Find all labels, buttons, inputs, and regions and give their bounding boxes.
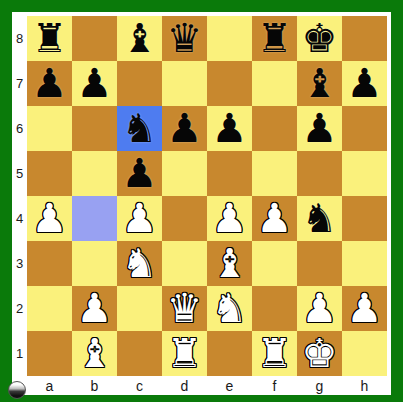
square-a2[interactable] — [27, 286, 72, 331]
square-h4[interactable] — [342, 196, 387, 241]
file-label-f: f — [252, 376, 297, 395]
rank-label-5: 5 — [12, 151, 27, 196]
square-b3[interactable] — [72, 241, 117, 286]
square-h1[interactable] — [342, 331, 387, 376]
square-c8[interactable]: ♝ — [117, 16, 162, 61]
square-a1[interactable] — [27, 331, 72, 376]
black-pawn-e6[interactable]: ♟ — [212, 106, 248, 151]
square-e2[interactable]: ♞ — [207, 286, 252, 331]
square-f2[interactable] — [252, 286, 297, 331]
white-bishop-e3[interactable]: ♝ — [212, 241, 248, 286]
white-rook-d1[interactable]: ♜ — [167, 331, 203, 376]
square-a4[interactable]: ♟ — [27, 196, 72, 241]
white-pawn-g2[interactable]: ♟ — [302, 286, 338, 331]
white-queen-d2[interactable]: ♛ — [167, 286, 203, 331]
square-c1[interactable] — [117, 331, 162, 376]
square-g6[interactable]: ♟ — [297, 106, 342, 151]
square-c3[interactable]: ♞ — [117, 241, 162, 286]
move-indicator-icon — [8, 381, 26, 399]
black-pawn-g6[interactable]: ♟ — [302, 106, 338, 151]
file-labels: abcdefgh — [27, 376, 387, 395]
square-f7[interactable] — [252, 61, 297, 106]
square-h7[interactable]: ♟ — [342, 61, 387, 106]
rank-label-2: 2 — [12, 286, 27, 331]
square-h5[interactable] — [342, 151, 387, 196]
square-h8[interactable] — [342, 16, 387, 61]
square-b4[interactable] — [72, 196, 117, 241]
white-knight-c3[interactable]: ♞ — [122, 241, 158, 286]
white-pawn-c4[interactable]: ♟ — [122, 196, 158, 241]
square-b2[interactable]: ♟ — [72, 286, 117, 331]
board-frame: 87654321 ♜♝♛♜♚♟♟♝♟♞♟♟♟♟♟♟♟♟♞♞♝♟♛♞♟♟♝♜♜♚ … — [0, 0, 403, 402]
rank-label-3: 3 — [12, 241, 27, 286]
square-a3[interactable] — [27, 241, 72, 286]
white-king-g1[interactable]: ♚ — [302, 331, 338, 376]
square-f1[interactable]: ♜ — [252, 331, 297, 376]
square-e3[interactable]: ♝ — [207, 241, 252, 286]
square-d7[interactable] — [162, 61, 207, 106]
square-b8[interactable] — [72, 16, 117, 61]
square-c7[interactable] — [117, 61, 162, 106]
black-pawn-c5[interactable]: ♟ — [122, 151, 158, 196]
square-g8[interactable]: ♚ — [297, 16, 342, 61]
black-knight-g4[interactable]: ♞ — [302, 196, 338, 241]
file-label-e: e — [207, 376, 252, 395]
rank-labels: 87654321 — [12, 16, 27, 376]
square-g5[interactable] — [297, 151, 342, 196]
square-d8[interactable]: ♛ — [162, 16, 207, 61]
file-label-h: h — [342, 376, 387, 395]
black-knight-c6[interactable]: ♞ — [122, 106, 158, 151]
square-d1[interactable]: ♜ — [162, 331, 207, 376]
rank-label-1: 1 — [12, 331, 27, 376]
square-g7[interactable]: ♝ — [297, 61, 342, 106]
square-h6[interactable] — [342, 106, 387, 151]
square-g1[interactable]: ♚ — [297, 331, 342, 376]
white-knight-e2[interactable]: ♞ — [212, 286, 248, 331]
rank-label-7: 7 — [12, 61, 27, 106]
square-b1[interactable]: ♝ — [72, 331, 117, 376]
square-e1[interactable] — [207, 331, 252, 376]
black-king-g8[interactable]: ♚ — [302, 16, 338, 61]
white-rook-f1[interactable]: ♜ — [257, 331, 293, 376]
white-bishop-b1[interactable]: ♝ — [77, 331, 113, 376]
square-e8[interactable] — [207, 16, 252, 61]
file-label-a: a — [27, 376, 72, 395]
square-e7[interactable] — [207, 61, 252, 106]
square-b6[interactable] — [72, 106, 117, 151]
chess-board: ♜♝♛♜♚♟♟♝♟♞♟♟♟♟♟♟♟♟♞♞♝♟♛♞♟♟♝♜♜♚ — [27, 16, 387, 376]
white-pawn-h2[interactable]: ♟ — [347, 286, 383, 331]
square-f6[interactable] — [252, 106, 297, 151]
square-f5[interactable] — [252, 151, 297, 196]
file-label-g: g — [297, 376, 342, 395]
black-pawn-d6[interactable]: ♟ — [167, 106, 203, 151]
black-rook-a8[interactable]: ♜ — [32, 16, 68, 61]
square-h2[interactable]: ♟ — [342, 286, 387, 331]
file-label-c: c — [117, 376, 162, 395]
square-c2[interactable] — [117, 286, 162, 331]
square-c6[interactable]: ♞ — [117, 106, 162, 151]
square-d4[interactable] — [162, 196, 207, 241]
square-d3[interactable] — [162, 241, 207, 286]
square-a7[interactable]: ♟ — [27, 61, 72, 106]
white-pawn-f4[interactable]: ♟ — [257, 196, 293, 241]
white-pawn-b2[interactable]: ♟ — [77, 286, 113, 331]
square-d5[interactable] — [162, 151, 207, 196]
rank-label-6: 6 — [12, 106, 27, 151]
black-pawn-b7[interactable]: ♟ — [77, 61, 113, 106]
square-a6[interactable] — [27, 106, 72, 151]
square-f4[interactable]: ♟ — [252, 196, 297, 241]
rank-label-4: 4 — [12, 196, 27, 241]
square-h3[interactable] — [342, 241, 387, 286]
square-d6[interactable]: ♟ — [162, 106, 207, 151]
black-bishop-c8[interactable]: ♝ — [122, 16, 158, 61]
square-e5[interactable] — [207, 151, 252, 196]
square-c4[interactable]: ♟ — [117, 196, 162, 241]
black-queen-d8[interactable]: ♛ — [167, 16, 203, 61]
square-c5[interactable]: ♟ — [117, 151, 162, 196]
black-pawn-h7[interactable]: ♟ — [347, 61, 383, 106]
black-rook-f8[interactable]: ♜ — [257, 16, 293, 61]
square-d2[interactable]: ♛ — [162, 286, 207, 331]
black-pawn-a7[interactable]: ♟ — [32, 61, 68, 106]
square-g3[interactable] — [297, 241, 342, 286]
file-label-d: d — [162, 376, 207, 395]
square-b5[interactable] — [72, 151, 117, 196]
square-a8[interactable]: ♜ — [27, 16, 72, 61]
white-pawn-a4[interactable]: ♟ — [32, 196, 68, 241]
square-g2[interactable]: ♟ — [297, 286, 342, 331]
square-b7[interactable]: ♟ — [72, 61, 117, 106]
square-f3[interactable] — [252, 241, 297, 286]
square-f8[interactable]: ♜ — [252, 16, 297, 61]
black-bishop-g7[interactable]: ♝ — [302, 61, 338, 106]
square-g4[interactable]: ♞ — [297, 196, 342, 241]
square-a5[interactable] — [27, 151, 72, 196]
file-label-b: b — [72, 376, 117, 395]
square-e4[interactable]: ♟ — [207, 196, 252, 241]
white-pawn-e4[interactable]: ♟ — [212, 196, 248, 241]
rank-label-8: 8 — [12, 16, 27, 61]
square-e6[interactable]: ♟ — [207, 106, 252, 151]
